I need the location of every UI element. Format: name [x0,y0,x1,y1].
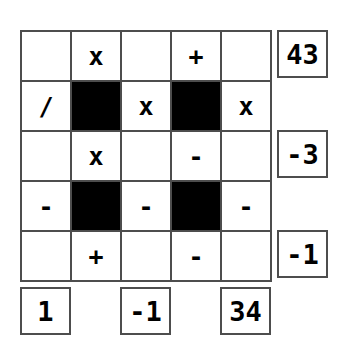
blocked-cell-r2c4 [172,82,222,132]
row-target-3: -3 [277,130,328,178]
entry-cell-r3c1[interactable] [22,132,72,182]
operator-cell-r2c3: x [122,82,172,132]
operator-cell-r5c4: - [172,232,222,282]
blocked-cell-r4c2 [72,182,122,232]
col-target-1: 1 [20,287,71,335]
operator-cell-r2c5: x [222,82,272,132]
puzzle-page: x+/xxx----+- 43 -3 -1 1 -1 34 [0,0,363,357]
entry-cell-r5c3[interactable] [122,232,172,282]
entry-cell-r1c3[interactable] [122,32,172,82]
col-target-3: -1 [120,287,171,335]
col-target-5: 34 [220,287,271,335]
operator-cell-r4c5: - [222,182,272,232]
entry-cell-r5c1[interactable] [22,232,72,282]
operator-cell-r3c2: x [72,132,122,182]
row-target-5: -1 [277,230,328,278]
operator-cell-r1c4: + [172,32,222,82]
entry-cell-r5c5[interactable] [222,232,272,282]
operator-cell-r2c1: / [22,82,72,132]
operator-cell-r4c3: - [122,182,172,232]
row-target-1: 43 [277,30,328,78]
entry-cell-r1c5[interactable] [222,32,272,82]
blocked-cell-r4c4 [172,182,222,232]
operator-cell-r3c4: - [172,132,222,182]
entry-cell-r1c1[interactable] [22,32,72,82]
operator-cell-r1c2: x [72,32,122,82]
entry-cell-r3c3[interactable] [122,132,172,182]
puzzle-board: x+/xxx----+- [20,30,272,282]
blocked-cell-r2c2 [72,82,122,132]
operator-cell-r4c1: - [22,182,72,232]
entry-cell-r3c5[interactable] [222,132,272,182]
operator-cell-r5c2: + [72,232,122,282]
